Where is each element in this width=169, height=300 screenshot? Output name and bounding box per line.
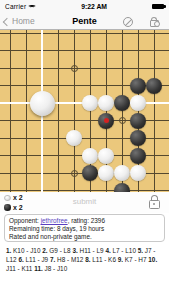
black-stone xyxy=(130,113,146,129)
star-point xyxy=(71,170,78,177)
white-stone xyxy=(98,95,114,111)
black-stone xyxy=(82,165,98,181)
black-stone xyxy=(114,183,130,193)
move-text: H8 - M12 xyxy=(57,256,85,263)
opponent-label: Opponent: xyxy=(9,217,41,224)
white-stone xyxy=(98,165,114,181)
board[interactable] xyxy=(0,30,169,192)
lock-icon[interactable] xyxy=(148,195,160,208)
game-info-box: Opponent: jethrofree, rating: 2396 Remai… xyxy=(4,214,165,242)
grid-line-horizontal xyxy=(0,33,169,34)
move-text: H11 - L9 xyxy=(80,247,106,254)
move-number: 3. xyxy=(72,247,79,254)
grid-line-horizontal xyxy=(0,50,169,51)
no-symbol-icon[interactable] xyxy=(123,17,133,27)
move-number: 10. xyxy=(148,256,157,263)
remaining-time-line: Remaining time: 8 days, 19 hours xyxy=(9,225,160,233)
white-stone xyxy=(98,148,114,164)
black-stone xyxy=(130,78,146,94)
grid-line-vertical xyxy=(26,30,27,192)
navigation-bar: Home Pente xyxy=(0,13,169,30)
status-bar: Carrier 9:22 AM xyxy=(0,0,169,13)
move-text: L11 - J9 xyxy=(26,256,50,263)
move-number: 6. xyxy=(18,256,25,263)
black-stone xyxy=(114,95,130,111)
controls-row: x 2 x 2 submit xyxy=(0,192,169,213)
move-number: 7. xyxy=(50,256,57,263)
white-stone xyxy=(82,148,98,164)
move-text: L11 - K6 xyxy=(92,256,117,263)
grid-line-vertical xyxy=(154,30,155,192)
move-text: K10 - J10 xyxy=(13,247,42,254)
white-stone xyxy=(82,95,98,111)
grid-line-horizontal xyxy=(0,190,169,191)
battery-icon xyxy=(152,4,164,10)
black-stone xyxy=(146,78,162,94)
carrier-label: Carrier xyxy=(5,3,26,10)
move-number: 5. xyxy=(138,247,145,254)
grid-line-vertical xyxy=(58,30,59,192)
rated-line: Rated and non-private game. xyxy=(9,233,160,241)
star-point xyxy=(119,117,126,124)
white-stone xyxy=(30,91,55,116)
move-number: 9. xyxy=(118,256,125,263)
move-list: 1. K10 - J10 2. G9 - L8 3. H11 - L9 4. L… xyxy=(6,246,165,273)
opponent-rating: , rating: 2396 xyxy=(68,217,105,224)
rotation-lock-icon[interactable] xyxy=(149,17,159,26)
wifi-icon xyxy=(28,4,36,10)
white-stone xyxy=(114,165,130,181)
move-text: L7 - L10 xyxy=(112,247,137,254)
grid-line-vertical xyxy=(10,30,11,192)
star-point xyxy=(71,65,78,72)
last-move-marker xyxy=(104,118,109,123)
move-text: G9 - L8 xyxy=(49,247,72,254)
black-stone xyxy=(130,148,146,164)
move-text: J11 - K11 xyxy=(6,265,34,272)
grid-line-horizontal xyxy=(0,68,169,69)
opponent-link[interactable]: jethrofree xyxy=(41,217,68,224)
pente-app-screen: Carrier 9:22 AM Home Pente x 2 x 2 submi… xyxy=(0,0,169,300)
white-stone xyxy=(130,165,146,181)
page-title: Pente xyxy=(0,16,169,26)
white-stone xyxy=(130,95,146,111)
move-number: 11. xyxy=(34,265,44,272)
black-stone xyxy=(130,130,146,146)
grid-line-vertical xyxy=(74,30,75,192)
move-text: J8 - J10 xyxy=(45,265,68,272)
clock-time: 9:22 AM xyxy=(36,3,152,10)
move-text: K7 - H7 xyxy=(125,256,148,263)
opponent-line: Opponent: jethrofree, rating: 2396 xyxy=(9,217,160,225)
submit-button[interactable]: submit xyxy=(0,197,169,206)
white-stone xyxy=(66,130,82,146)
